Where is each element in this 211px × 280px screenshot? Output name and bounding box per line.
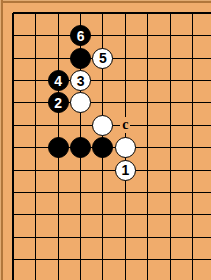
grid-line-v [35, 271, 36, 280]
grid-line-v [147, 92, 148, 114]
board-intersection [114, 47, 136, 69]
grid-line-v [170, 92, 171, 114]
grid-line-v [125, 204, 126, 226]
grid-line-h [13, 125, 24, 126]
grid-line-v [125, 25, 126, 47]
board-intersection [181, 226, 203, 248]
grid-line-v [12, 159, 14, 181]
board-intersection [114, 271, 136, 280]
grid-line-h [204, 237, 211, 238]
grid-line-v [12, 271, 14, 280]
board-intersection [25, 137, 47, 159]
board-intersection [47, 226, 69, 248]
board-intersection [181, 204, 203, 226]
grid-line-h [13, 237, 24, 238]
board-intersection [92, 137, 114, 159]
grid-line-h [13, 80, 24, 81]
board-intersection [159, 159, 181, 181]
black-stone [48, 137, 69, 158]
grid-line-v [125, 226, 126, 248]
grid-line-v [125, 271, 126, 280]
grid-line-v [80, 271, 81, 280]
grid-line-v [192, 114, 193, 136]
board-intersection [25, 248, 47, 270]
grid-line-v [125, 92, 126, 114]
grid-line-v [35, 248, 36, 270]
grid-line-v [192, 248, 193, 270]
board-intersection [2, 226, 24, 248]
grid-line-v [12, 114, 14, 136]
grid-line-v [170, 69, 171, 91]
black-stone [70, 48, 91, 69]
grid-line-v [12, 181, 14, 203]
grid-line-v [58, 248, 59, 270]
stone-move-number: 6 [77, 29, 85, 43]
grid-line-v [35, 92, 36, 114]
board-intersection [204, 47, 211, 69]
board-intersection [181, 92, 203, 114]
board-intersection [47, 271, 69, 280]
board-intersection [204, 2, 211, 24]
grid-line-v [147, 204, 148, 226]
grid-line-h [13, 214, 24, 215]
grid-line-v [58, 181, 59, 203]
board-intersection [137, 47, 159, 69]
board-intersection [114, 69, 136, 91]
goban-grid: 65432c1 [2, 2, 211, 280]
board-intersection [69, 47, 91, 69]
grid-line-h [204, 259, 211, 260]
board-intersection [47, 25, 69, 47]
board-intersection [2, 204, 24, 226]
board-intersection [159, 271, 181, 280]
board-intersection [181, 69, 203, 91]
board-intersection [159, 181, 181, 203]
grid-line-h [13, 147, 24, 148]
black-stone: 4 [48, 70, 69, 91]
grid-line-h [204, 35, 211, 36]
grid-line-v [12, 92, 14, 114]
grid-line-v [12, 204, 14, 226]
grid-line-v [80, 159, 81, 181]
grid-line-v [80, 181, 81, 203]
grid-line-v [12, 137, 14, 159]
board-intersection [181, 47, 203, 69]
board-intersection [47, 114, 69, 136]
white-stone [92, 115, 113, 136]
board-intersection [137, 159, 159, 181]
grid-line-v [192, 47, 193, 69]
board-intersection [137, 2, 159, 24]
board-intersection [204, 69, 211, 91]
grid-line-v [35, 25, 36, 47]
board-intersection [204, 114, 211, 136]
grid-line-h [204, 170, 211, 171]
grid-line-v [102, 159, 103, 181]
go-diagram: 65432c1 [0, 0, 211, 280]
grid-line-v [102, 204, 103, 226]
grid-line-h [204, 125, 211, 126]
white-stone [70, 92, 91, 113]
grid-line-v [125, 181, 126, 203]
board-intersection [69, 248, 91, 270]
black-stone [70, 137, 91, 158]
board-intersection [92, 2, 114, 24]
grid-line-v [192, 181, 193, 203]
grid-line-v [170, 47, 171, 69]
board-intersection [2, 47, 24, 69]
board-intersection [2, 181, 24, 203]
board-intersection: c [114, 114, 136, 136]
board-intersection [114, 137, 136, 159]
grid-line-v [102, 13, 103, 24]
stone-move-number: 2 [54, 96, 62, 110]
board-intersection [137, 137, 159, 159]
grid-line-v [35, 159, 36, 181]
board-intersection [69, 226, 91, 248]
grid-line-v [102, 248, 103, 270]
grid-line-v [170, 271, 171, 280]
grid-line-v [170, 25, 171, 47]
grid-line-v [170, 137, 171, 159]
grid-line-v [12, 47, 14, 69]
white-stone: 1 [115, 160, 136, 181]
grid-line-h [204, 147, 211, 148]
grid-line-h [204, 12, 211, 14]
grid-line-v [192, 226, 193, 248]
grid-line-v [35, 181, 36, 203]
grid-line-v [102, 271, 103, 280]
board-intersection [181, 248, 203, 270]
white-stone: 3 [70, 70, 91, 91]
board-intersection [137, 226, 159, 248]
board-intersection [181, 159, 203, 181]
board-intersection [25, 159, 47, 181]
grid-line-v [147, 69, 148, 91]
board-intersection [92, 226, 114, 248]
board-intersection [69, 92, 91, 114]
board-intersection [204, 159, 211, 181]
grid-line-h [204, 192, 211, 193]
board-intersection [114, 92, 136, 114]
board-intersection [137, 92, 159, 114]
board-intersection: 6 [69, 25, 91, 47]
board-intersection [181, 181, 203, 203]
grid-line-v [147, 159, 148, 181]
grid-line-v [102, 69, 103, 91]
board-intersection [92, 271, 114, 280]
grid-line-v [12, 69, 14, 91]
grid-line-v [58, 226, 59, 248]
board-intersection [2, 92, 24, 114]
board-intersection: 2 [47, 92, 69, 114]
board-intersection [92, 204, 114, 226]
grid-line-v [147, 25, 148, 47]
board-intersection [204, 137, 211, 159]
board-intersection [159, 204, 181, 226]
grid-line-v [58, 25, 59, 47]
board-intersection [69, 2, 91, 24]
grid-line-v [192, 137, 193, 159]
board-intersection [2, 2, 24, 24]
grid-line-v [192, 159, 193, 181]
grid-line-v [12, 13, 14, 24]
grid-line-v [170, 13, 171, 24]
grid-line-v [192, 25, 193, 47]
board-intersection [25, 69, 47, 91]
white-stone: 5 [92, 48, 113, 69]
grid-line-v [35, 47, 36, 69]
board-intersection [25, 92, 47, 114]
board-intersection [92, 25, 114, 47]
board-intersection [2, 248, 24, 270]
black-stone [92, 137, 113, 158]
grid-line-v [58, 47, 59, 69]
grid-line-v [35, 13, 36, 24]
board-intersection [47, 137, 69, 159]
board-intersection [69, 204, 91, 226]
board-intersection [204, 204, 211, 226]
stone-move-number: 3 [77, 74, 85, 88]
board-intersection [159, 226, 181, 248]
board-intersection: 4 [47, 69, 69, 91]
board-frame-left [0, 0, 3, 280]
grid-line-v [12, 226, 14, 248]
board-intersection [137, 69, 159, 91]
black-stone: 2 [48, 92, 69, 113]
grid-line-v [147, 47, 148, 69]
grid-line-v [170, 248, 171, 270]
grid-line-h [13, 35, 24, 36]
white-stone [115, 137, 136, 158]
board-frame-top [0, 0, 211, 3]
board-intersection [69, 181, 91, 203]
grid-line-v [192, 13, 193, 24]
stone-move-number: 4 [54, 74, 62, 88]
board-intersection [181, 271, 203, 280]
grid-line-v [35, 204, 36, 226]
board-intersection [159, 248, 181, 270]
board-intersection [204, 271, 211, 280]
grid-line-v [35, 137, 36, 159]
board-intersection [204, 248, 211, 270]
grid-line-h [204, 80, 211, 81]
grid-line-v [12, 248, 14, 270]
grid-line-v [170, 114, 171, 136]
grid-line-v [192, 92, 193, 114]
grid-line-v [35, 226, 36, 248]
grid-line-v [58, 204, 59, 226]
grid-line-v [192, 69, 193, 91]
board-intersection [69, 159, 91, 181]
board-intersection [92, 248, 114, 270]
board-intersection [114, 2, 136, 24]
grid-line-h [13, 170, 24, 171]
board-intersection [25, 226, 47, 248]
board-intersection [25, 2, 47, 24]
board-intersection [25, 25, 47, 47]
board-intersection [137, 204, 159, 226]
board-intersection [47, 159, 69, 181]
board-intersection [114, 204, 136, 226]
grid-line-h [204, 58, 211, 59]
grid-line-v [170, 204, 171, 226]
grid-line-v [102, 226, 103, 248]
grid-line-v [58, 114, 59, 136]
board-intersection [181, 25, 203, 47]
grid-line-v [102, 92, 103, 114]
board-intersection [204, 25, 211, 47]
board-intersection [2, 271, 24, 280]
board-intersection [25, 271, 47, 280]
grid-line-v [192, 271, 193, 280]
grid-line-h [13, 12, 24, 14]
board-intersection [137, 114, 159, 136]
board-intersection: 1 [114, 159, 136, 181]
board-intersection [181, 137, 203, 159]
grid-line-h [204, 214, 211, 215]
board-intersection [159, 137, 181, 159]
grid-line-v [80, 13, 81, 24]
board-intersection [92, 114, 114, 136]
board-intersection [159, 92, 181, 114]
grid-line-v [192, 204, 193, 226]
grid-line-v [147, 13, 148, 24]
board-intersection [69, 271, 91, 280]
grid-line-v [102, 25, 103, 47]
board-intersection [92, 92, 114, 114]
grid-line-h [204, 102, 211, 103]
point-label-c: c [120, 117, 130, 133]
board-intersection [137, 25, 159, 47]
grid-line-v [147, 226, 148, 248]
board-intersection [181, 2, 203, 24]
grid-line-v [147, 271, 148, 280]
board-intersection [137, 181, 159, 203]
board-intersection [47, 204, 69, 226]
board-intersection [25, 181, 47, 203]
board-intersection [2, 69, 24, 91]
black-stone: 6 [70, 25, 91, 46]
grid-line-v [125, 248, 126, 270]
stone-move-number: 5 [99, 51, 107, 65]
board-intersection [69, 137, 91, 159]
board-intersection [159, 25, 181, 47]
board-intersection [92, 181, 114, 203]
board-intersection [204, 181, 211, 203]
board-intersection [92, 159, 114, 181]
board-intersection [181, 114, 203, 136]
board-intersection [204, 226, 211, 248]
grid-line-v [35, 69, 36, 91]
board-intersection [204, 92, 211, 114]
grid-line-v [80, 114, 81, 136]
grid-line-h [13, 192, 24, 193]
board-intersection [2, 25, 24, 47]
board-intersection [137, 271, 159, 280]
grid-line-v [102, 181, 103, 203]
grid-line-v [125, 47, 126, 69]
board-intersection [114, 25, 136, 47]
board-intersection [137, 248, 159, 270]
grid-line-v [170, 181, 171, 203]
stone-move-number: 1 [121, 163, 129, 177]
grid-line-v [147, 181, 148, 203]
board-intersection [114, 181, 136, 203]
grid-line-v [58, 159, 59, 181]
grid-line-v [125, 69, 126, 91]
grid-line-h [13, 58, 24, 59]
board-intersection [159, 2, 181, 24]
board-intersection: 3 [69, 69, 91, 91]
grid-line-h [13, 259, 24, 260]
grid-line-v [125, 13, 126, 24]
board-intersection: 5 [92, 47, 114, 69]
grid-line-v [80, 248, 81, 270]
board-intersection [69, 114, 91, 136]
grid-line-v [147, 114, 148, 136]
board-intersection [114, 226, 136, 248]
board-intersection [25, 204, 47, 226]
grid-line-v [58, 13, 59, 24]
board-intersection [2, 114, 24, 136]
board-intersection [114, 248, 136, 270]
board-intersection [47, 181, 69, 203]
grid-line-v [80, 204, 81, 226]
board-intersection [159, 69, 181, 91]
grid-line-v [12, 25, 14, 47]
grid-line-v [147, 248, 148, 270]
grid-line-h [13, 102, 24, 103]
board-intersection [2, 137, 24, 159]
grid-line-v [147, 137, 148, 159]
grid-line-v [170, 226, 171, 248]
board-intersection [47, 47, 69, 69]
board-intersection [47, 2, 69, 24]
board-intersection [25, 114, 47, 136]
board-intersection [25, 47, 47, 69]
board-intersection [159, 47, 181, 69]
board-intersection [159, 114, 181, 136]
grid-line-v [170, 159, 171, 181]
board-intersection [47, 248, 69, 270]
grid-line-v [58, 271, 59, 280]
board-intersection [92, 69, 114, 91]
grid-line-v [35, 114, 36, 136]
board-intersection [2, 159, 24, 181]
grid-line-v [80, 226, 81, 248]
